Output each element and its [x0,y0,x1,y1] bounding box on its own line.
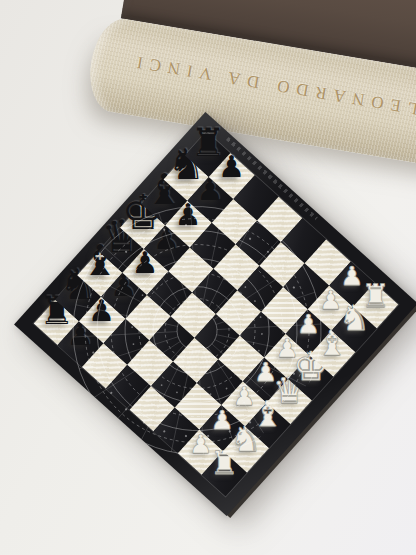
piece-white-rook: ♜ [359,280,391,312]
scene: LEONARDO DA VINCI ♜♞♝♛♚♝♞♜♟♟♟♟♟♟♟♟♟♟♟♟♟♟… [0,0,416,555]
chess-board: ♜♞♝♛♚♝♞♜♟♟♟♟♟♟♟♟♟♟♟♟♟♟♟♟♜♞♝♛♚♝♞♜ [14,112,416,516]
book-stack: LEONARDO DA VINCI [84,0,416,173]
board-squares: ♜♞♝♛♚♝♞♜♟♟♟♟♟♟♟♟♟♟♟♟♟♟♟♟♜♞♝♛♚♝♞♜ [34,132,398,496]
piece-black-pawn: ♟ [215,151,247,183]
